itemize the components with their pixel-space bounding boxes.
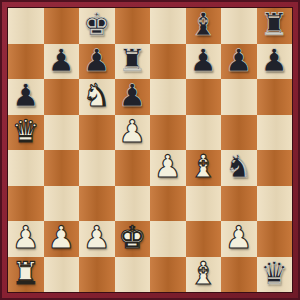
- square-a2[interactable]: ♟: [8, 221, 44, 257]
- square-e2[interactable]: [150, 221, 186, 257]
- piece-white-knight[interactable]: ♞: [83, 80, 111, 111]
- square-c4[interactable]: [79, 150, 115, 186]
- square-g5[interactable]: [221, 115, 257, 151]
- square-g1[interactable]: [221, 257, 257, 293]
- square-f6[interactable]: [186, 79, 222, 115]
- square-g2[interactable]: ♟: [221, 221, 257, 257]
- square-e8[interactable]: [150, 8, 186, 44]
- square-f4[interactable]: ♝: [186, 150, 222, 186]
- square-a5[interactable]: ♛: [8, 115, 44, 151]
- square-e1[interactable]: [150, 257, 186, 293]
- piece-white-queen[interactable]: ♛: [12, 116, 40, 147]
- piece-black-queen[interactable]: ♛: [260, 258, 288, 289]
- square-g3[interactable]: [221, 186, 257, 222]
- piece-black-pawn[interactable]: ♟: [12, 80, 40, 111]
- square-b7[interactable]: ♟: [44, 44, 80, 80]
- square-b4[interactable]: [44, 150, 80, 186]
- square-a6[interactable]: ♟: [8, 79, 44, 115]
- square-b3[interactable]: [44, 186, 80, 222]
- piece-white-pawn[interactable]: ♟: [12, 222, 40, 253]
- square-h4[interactable]: [257, 150, 293, 186]
- square-b6[interactable]: [44, 79, 80, 115]
- piece-white-pawn[interactable]: ♟: [154, 151, 182, 182]
- square-b8[interactable]: [44, 8, 80, 44]
- square-h6[interactable]: [257, 79, 293, 115]
- square-g6[interactable]: [221, 79, 257, 115]
- square-f7[interactable]: ♟: [186, 44, 222, 80]
- square-h7[interactable]: ♟: [257, 44, 293, 80]
- piece-white-pawn[interactable]: ♟: [83, 222, 111, 253]
- square-d6[interactable]: ♟: [115, 79, 151, 115]
- square-f3[interactable]: [186, 186, 222, 222]
- piece-black-rook[interactable]: ♜: [260, 9, 288, 40]
- square-b1[interactable]: [44, 257, 80, 293]
- piece-black-pawn[interactable]: ♟: [83, 45, 111, 76]
- square-d4[interactable]: [115, 150, 151, 186]
- piece-white-pawn[interactable]: ♟: [118, 116, 146, 147]
- piece-white-bishop[interactable]: ♝: [189, 258, 217, 289]
- square-h1[interactable]: ♛: [257, 257, 293, 293]
- square-d3[interactable]: [115, 186, 151, 222]
- square-e7[interactable]: [150, 44, 186, 80]
- square-d7[interactable]: ♜: [115, 44, 151, 80]
- chess-board-frame: ♚♝♜♟♟♜♟♟♟♟♞♟♛♟♟♝♞♟♟♟♚♟♜♝♛: [0, 0, 300, 300]
- piece-black-king[interactable]: ♚: [83, 9, 111, 40]
- square-b2[interactable]: ♟: [44, 221, 80, 257]
- square-c7[interactable]: ♟: [79, 44, 115, 80]
- square-c8[interactable]: ♚: [79, 8, 115, 44]
- square-g4[interactable]: ♞: [221, 150, 257, 186]
- piece-white-king[interactable]: ♚: [118, 222, 146, 253]
- square-f8[interactable]: ♝: [186, 8, 222, 44]
- square-c1[interactable]: [79, 257, 115, 293]
- piece-white-rook[interactable]: ♜: [12, 258, 40, 289]
- square-h8[interactable]: ♜: [257, 8, 293, 44]
- square-e3[interactable]: [150, 186, 186, 222]
- square-e4[interactable]: ♟: [150, 150, 186, 186]
- square-d2[interactable]: ♚: [115, 221, 151, 257]
- square-c2[interactable]: ♟: [79, 221, 115, 257]
- square-d5[interactable]: ♟: [115, 115, 151, 151]
- piece-black-pawn[interactable]: ♟: [47, 45, 75, 76]
- square-a1[interactable]: ♜: [8, 257, 44, 293]
- piece-black-bishop[interactable]: ♝: [189, 9, 217, 40]
- square-a3[interactable]: [8, 186, 44, 222]
- piece-black-pawn[interactable]: ♟: [118, 80, 146, 111]
- square-a7[interactable]: [8, 44, 44, 80]
- square-e6[interactable]: [150, 79, 186, 115]
- chess-board: ♚♝♜♟♟♜♟♟♟♟♞♟♛♟♟♝♞♟♟♟♚♟♜♝♛: [8, 8, 292, 292]
- piece-black-rook[interactable]: ♜: [118, 45, 146, 76]
- square-f5[interactable]: [186, 115, 222, 151]
- piece-black-pawn[interactable]: ♟: [189, 45, 217, 76]
- piece-black-knight[interactable]: ♞: [225, 151, 253, 182]
- square-g7[interactable]: ♟: [221, 44, 257, 80]
- piece-white-bishop[interactable]: ♝: [189, 151, 217, 182]
- piece-white-pawn[interactable]: ♟: [47, 222, 75, 253]
- square-b5[interactable]: [44, 115, 80, 151]
- square-c6[interactable]: ♞: [79, 79, 115, 115]
- square-a8[interactable]: [8, 8, 44, 44]
- square-g8[interactable]: [221, 8, 257, 44]
- square-f2[interactable]: [186, 221, 222, 257]
- square-c3[interactable]: [79, 186, 115, 222]
- square-h5[interactable]: [257, 115, 293, 151]
- square-h3[interactable]: [257, 186, 293, 222]
- square-e5[interactable]: [150, 115, 186, 151]
- piece-black-pawn[interactable]: ♟: [260, 45, 288, 76]
- piece-black-pawn[interactable]: ♟: [225, 45, 253, 76]
- square-d1[interactable]: [115, 257, 151, 293]
- square-d8[interactable]: [115, 8, 151, 44]
- square-f1[interactable]: ♝: [186, 257, 222, 293]
- square-c5[interactable]: [79, 115, 115, 151]
- piece-white-pawn[interactable]: ♟: [225, 222, 253, 253]
- square-a4[interactable]: [8, 150, 44, 186]
- square-h2[interactable]: [257, 221, 293, 257]
